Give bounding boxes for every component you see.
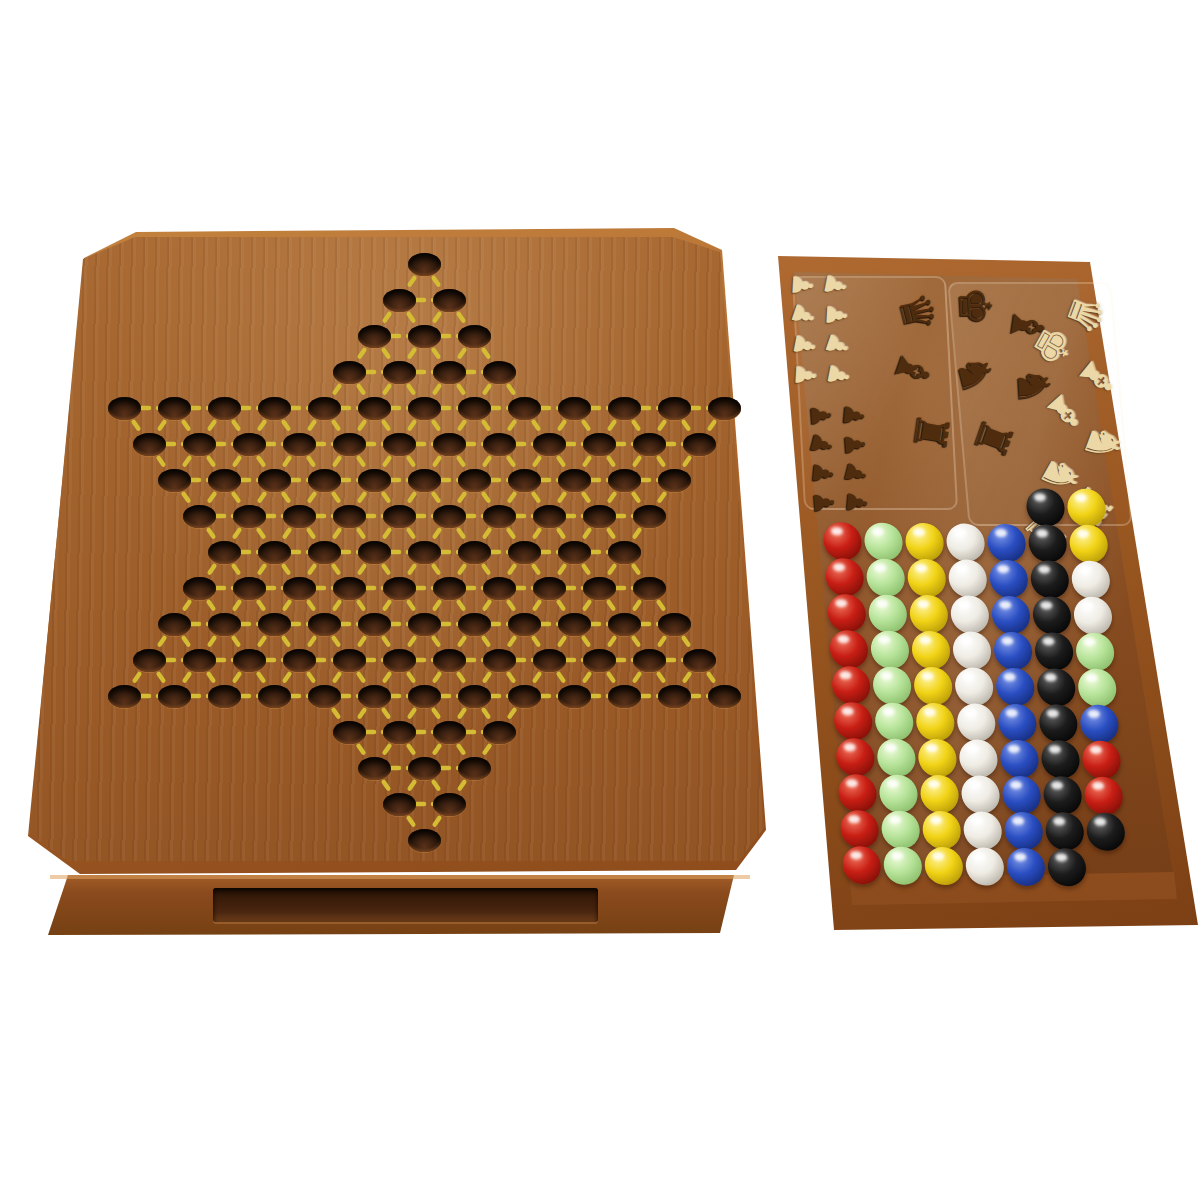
chess-piece-light-pawn[interactable]: ♟ (821, 329, 854, 361)
board-hole[interactable] (458, 325, 491, 348)
marble-green[interactable] (1077, 669, 1117, 707)
marble-yellow[interactable] (1066, 489, 1106, 527)
board-hole[interactable] (458, 757, 491, 780)
marble-red[interactable] (840, 810, 880, 848)
marble-blue[interactable] (1079, 705, 1119, 743)
board-hole[interactable] (183, 577, 216, 600)
board-hole[interactable] (208, 613, 241, 636)
board-hole[interactable] (258, 541, 291, 564)
board-hole[interactable] (158, 613, 191, 636)
chess-piece-dark-rook[interactable]: ♜ (966, 412, 1020, 465)
marble-blue[interactable] (993, 632, 1033, 670)
chess-piece-light-pawn[interactable]: ♟ (823, 361, 854, 391)
marble-red[interactable] (1081, 741, 1121, 779)
board-hole[interactable] (483, 649, 516, 672)
board-hole[interactable] (683, 649, 716, 672)
board-hole[interactable] (283, 505, 316, 528)
board-hole[interactable] (308, 541, 341, 564)
board-hole[interactable] (558, 397, 591, 420)
chess-piece-light-pawn[interactable]: ♟ (820, 271, 851, 301)
marble-green[interactable] (868, 594, 908, 632)
board-hole[interactable] (458, 397, 491, 420)
chess-piece-light-pawn[interactable]: ♟ (822, 302, 850, 328)
board-hole[interactable] (133, 433, 166, 456)
board-hole[interactable] (658, 397, 691, 420)
board-hole[interactable] (358, 757, 391, 780)
star-hole-grid (10, 224, 808, 884)
board-hole[interactable] (283, 577, 316, 600)
board-hole[interactable] (133, 649, 166, 672)
board-hole[interactable] (333, 721, 366, 744)
marble-compartment (816, 482, 1162, 915)
chess-piece-light-pawn[interactable]: ♟ (788, 272, 816, 298)
chess-piece-light-knight[interactable]: ♞ (1076, 417, 1131, 470)
board-hole[interactable] (683, 433, 716, 456)
board-hole[interactable] (333, 433, 366, 456)
chess-piece-dark-rook[interactable]: ♜ (907, 409, 956, 455)
board-hole[interactable] (433, 793, 466, 816)
board-hole[interactable] (433, 649, 466, 672)
marble-blue[interactable] (986, 524, 1026, 562)
board-hole[interactable] (508, 469, 541, 492)
board-hole[interactable] (358, 613, 391, 636)
board-hole[interactable] (258, 397, 291, 420)
board-hole[interactable] (608, 613, 641, 636)
chess-piece-dark-king[interactable]: ♚ (952, 286, 998, 326)
chess-piece-dark-knight[interactable]: ♞ (949, 350, 1001, 398)
marble-blue[interactable] (1006, 848, 1046, 886)
board-hole[interactable] (558, 469, 591, 492)
board-hole[interactable] (408, 469, 441, 492)
board-hole[interactable] (408, 829, 441, 852)
board-hole[interactable] (383, 721, 416, 744)
marble-blue[interactable] (1004, 812, 1044, 850)
marble-white[interactable] (950, 595, 990, 633)
marble-white[interactable] (958, 739, 998, 777)
board-hole[interactable] (383, 505, 416, 528)
marble-black[interactable] (1045, 812, 1085, 850)
board-hole[interactable] (383, 577, 416, 600)
marble-red[interactable] (833, 702, 873, 740)
chess-piece-dark-pawn[interactable]: ♟ (806, 429, 838, 460)
board-hole[interactable] (658, 685, 691, 708)
board-hole[interactable] (508, 397, 541, 420)
board-hole[interactable] (583, 649, 616, 672)
marble-green[interactable] (881, 810, 921, 848)
board-hole[interactable] (358, 469, 391, 492)
board-hole[interactable] (208, 397, 241, 420)
board-hole[interactable] (533, 577, 566, 600)
board-hole[interactable] (283, 649, 316, 672)
board-hole[interactable] (233, 433, 266, 456)
board-hole[interactable] (483, 361, 516, 384)
marble-yellow[interactable] (924, 847, 964, 885)
board-hole[interactable] (308, 469, 341, 492)
board-hole[interactable] (633, 649, 666, 672)
marble-yellow[interactable] (915, 703, 955, 741)
board-hole[interactable] (408, 325, 441, 348)
board-hole[interactable] (608, 397, 641, 420)
marble-green[interactable] (872, 666, 912, 704)
marble-black[interactable] (1025, 488, 1065, 526)
board-hole[interactable] (108, 397, 141, 420)
marble-white[interactable] (952, 631, 992, 669)
marble-red[interactable] (1084, 777, 1124, 815)
board-hole[interactable] (633, 505, 666, 528)
marble-red[interactable] (835, 738, 875, 776)
marble-green[interactable] (883, 846, 923, 884)
board-hole[interactable] (408, 613, 441, 636)
marble-green[interactable] (876, 738, 916, 776)
marble-black[interactable] (1036, 668, 1076, 706)
marble-white[interactable] (956, 703, 996, 741)
board-hole[interactable] (458, 613, 491, 636)
marble-black[interactable] (1040, 740, 1080, 778)
board-hole[interactable] (433, 505, 466, 528)
board-hole[interactable] (658, 469, 691, 492)
board-hole[interactable] (608, 541, 641, 564)
board-hole[interactable] (558, 613, 591, 636)
chess-piece-light-pawn[interactable]: ♟ (791, 362, 819, 388)
board-hole[interactable] (558, 541, 591, 564)
marble-black[interactable] (1043, 776, 1083, 814)
board-hole[interactable] (483, 433, 516, 456)
board-hole[interactable] (158, 397, 191, 420)
board-hole[interactable] (358, 325, 391, 348)
marble-red[interactable] (825, 558, 865, 596)
chinese-checkers-board (10, 224, 810, 940)
board-hole[interactable] (283, 433, 316, 456)
board-hole[interactable] (708, 397, 741, 420)
drawer-slot-opening[interactable] (213, 888, 598, 922)
board-hole[interactable] (583, 433, 616, 456)
marble-yellow[interactable] (911, 631, 951, 669)
board-hole[interactable] (583, 505, 616, 528)
marble-green[interactable] (866, 558, 906, 596)
board-hole[interactable] (308, 613, 341, 636)
board-hole[interactable] (608, 685, 641, 708)
board-hole[interactable] (383, 433, 416, 456)
board-hole[interactable] (333, 361, 366, 384)
marble-black[interactable] (1047, 848, 1087, 886)
marble-yellow[interactable] (904, 523, 944, 561)
marble-blue[interactable] (999, 740, 1039, 778)
marble-blue[interactable] (995, 668, 1035, 706)
marble-yellow[interactable] (917, 739, 957, 777)
board-hole[interactable] (608, 469, 641, 492)
marble-blue[interactable] (1001, 776, 1041, 814)
board-hole[interactable] (258, 469, 291, 492)
board-hole[interactable] (183, 649, 216, 672)
storage-drawer-tray[interactable]: ♟♟♟♟♟♟♟♟♟♟♟♟♟♟♟♟♛♚♝♝♞♞♜♜♛♚♝♝♞♞♜♜ (768, 238, 1200, 938)
marble-blue[interactable] (989, 560, 1029, 598)
board-hole[interactable] (258, 613, 291, 636)
marble-red[interactable] (842, 846, 882, 884)
marble-red[interactable] (837, 774, 877, 812)
board-hole[interactable] (333, 505, 366, 528)
board-hole[interactable] (158, 685, 191, 708)
board-hole[interactable] (383, 361, 416, 384)
board-hole[interactable] (233, 505, 266, 528)
marble-white[interactable] (965, 847, 1005, 885)
chess-piece-light-pawn[interactable]: ♟ (787, 299, 820, 331)
chess-piece-dark-queen[interactable]: ♛ (891, 288, 943, 336)
marble-white[interactable] (954, 667, 994, 705)
board-hole[interactable] (408, 253, 441, 276)
marble-white[interactable] (948, 559, 988, 597)
marble-green[interactable] (878, 774, 918, 812)
board-hole[interactable] (558, 685, 591, 708)
marble-blue[interactable] (991, 596, 1031, 634)
marble-black[interactable] (1028, 524, 1068, 562)
board-hole[interactable] (433, 577, 466, 600)
marble-green[interactable] (874, 702, 914, 740)
board-hole[interactable] (483, 721, 516, 744)
board-hole[interactable] (158, 469, 191, 492)
board-hole[interactable] (208, 685, 241, 708)
marble-yellow[interactable] (909, 595, 949, 633)
marble-yellow[interactable] (1069, 525, 1109, 563)
board-hole[interactable] (458, 685, 491, 708)
board-hole[interactable] (508, 685, 541, 708)
marble-green[interactable] (870, 630, 910, 668)
chess-piece-dark-pawn[interactable]: ♟ (807, 403, 836, 428)
marble-black[interactable] (1086, 813, 1126, 851)
marble-yellow[interactable] (913, 667, 953, 705)
board-hole[interactable] (408, 397, 441, 420)
marble-red[interactable] (827, 594, 867, 632)
board-hole[interactable] (383, 793, 416, 816)
chess-piece-dark-pawn[interactable]: ♟ (841, 432, 870, 457)
marble-yellow[interactable] (919, 775, 959, 813)
board-hole[interactable] (583, 577, 616, 600)
board-hole[interactable] (233, 577, 266, 600)
marble-blue[interactable] (997, 704, 1037, 742)
marble-white[interactable] (945, 523, 985, 561)
board-hole[interactable] (408, 541, 441, 564)
board-hole[interactable] (358, 541, 391, 564)
board-hole[interactable] (633, 433, 666, 456)
board-hole[interactable] (483, 505, 516, 528)
marble-white[interactable] (963, 811, 1003, 849)
board-hole[interactable] (533, 649, 566, 672)
board-hole[interactable] (183, 433, 216, 456)
board-hole[interactable] (658, 613, 691, 636)
board-hole[interactable] (208, 469, 241, 492)
marble-black[interactable] (1034, 632, 1074, 670)
chess-piece-light-pawn[interactable]: ♟ (789, 331, 820, 361)
board-hole[interactable] (433, 289, 466, 312)
marble-black[interactable] (1030, 560, 1070, 598)
board-hole[interactable] (233, 649, 266, 672)
board-hole[interactable] (533, 505, 566, 528)
marble-green[interactable] (1075, 633, 1115, 671)
chess-piece-dark-bishop[interactable]: ♝ (886, 344, 940, 397)
board-hole[interactable] (508, 541, 541, 564)
marble-red[interactable] (831, 666, 871, 704)
marble-white[interactable] (1073, 597, 1113, 635)
marble-white[interactable] (1071, 561, 1111, 599)
board-hole[interactable] (408, 685, 441, 708)
board-hole[interactable] (308, 685, 341, 708)
marble-red[interactable] (822, 522, 862, 560)
board-hole[interactable] (458, 541, 491, 564)
board-hole[interactable] (333, 649, 366, 672)
marble-black[interactable] (1038, 704, 1078, 742)
marble-yellow[interactable] (907, 559, 947, 597)
board-hole[interactable] (433, 361, 466, 384)
board-hole[interactable] (208, 541, 241, 564)
board-hole[interactable] (708, 685, 741, 708)
marble-red[interactable] (829, 630, 869, 668)
board-hole[interactable] (308, 397, 341, 420)
board-hole[interactable] (433, 721, 466, 744)
board-hole[interactable] (383, 289, 416, 312)
marble-black[interactable] (1032, 596, 1072, 634)
board-hole[interactable] (408, 757, 441, 780)
board-hole[interactable] (108, 685, 141, 708)
board-hole[interactable] (358, 685, 391, 708)
board-hole[interactable] (258, 685, 291, 708)
board-hole[interactable] (383, 649, 416, 672)
board-hole[interactable] (633, 577, 666, 600)
marble-white[interactable] (960, 775, 1000, 813)
board-hole[interactable] (458, 469, 491, 492)
board-hole[interactable] (533, 433, 566, 456)
board-hole[interactable] (183, 505, 216, 528)
marble-yellow[interactable] (922, 811, 962, 849)
marble-green[interactable] (863, 522, 903, 560)
board-hole[interactable] (358, 397, 391, 420)
board-hole[interactable] (483, 577, 516, 600)
board-hole[interactable] (333, 577, 366, 600)
chess-piece-dark-pawn[interactable]: ♟ (839, 402, 868, 429)
board-hole[interactable] (508, 613, 541, 636)
board-hole[interactable] (433, 433, 466, 456)
